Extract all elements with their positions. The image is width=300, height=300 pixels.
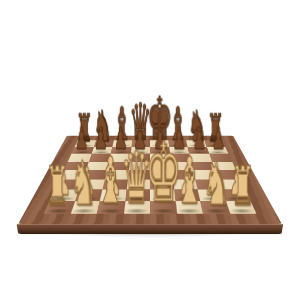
white-knight: ♞ xyxy=(203,153,230,214)
square-h1: ♜ xyxy=(225,201,256,214)
white-bishop: ♝ xyxy=(176,149,205,214)
white-knight: ♞ xyxy=(70,153,97,214)
square-e1: ♚ xyxy=(150,201,177,214)
square-f1: ♝ xyxy=(175,201,203,214)
chess-board: ♜♞♝♛♚♝♞♜♟♟♟♟♟♟♟♟♟♟♟♟♟♟♟♟♜♞♝♛♚♝♞♜ xyxy=(18,136,282,224)
board-front-edge xyxy=(17,224,284,234)
square-g1: ♞ xyxy=(200,201,230,214)
chess-set-photo: ♜♞♝♛♚♝♞♜♟♟♟♟♟♟♟♟♟♟♟♟♟♟♟♟♜♞♝♛♚♝♞♜ xyxy=(0,0,300,300)
white-rook: ♜ xyxy=(45,160,69,214)
white-rook: ♜ xyxy=(231,160,255,214)
perspective-scene: ♜♞♝♛♚♝♞♜♟♟♟♟♟♟♟♟♟♟♟♟♟♟♟♟♜♞♝♛♚♝♞♜ xyxy=(0,0,300,300)
